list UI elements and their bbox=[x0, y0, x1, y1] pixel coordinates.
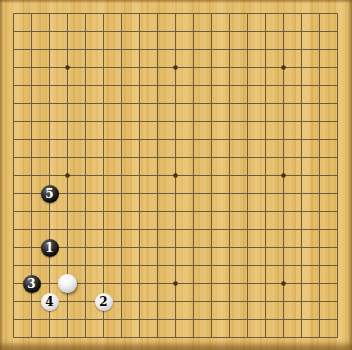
stones-layer: 12345 bbox=[0, 0, 352, 350]
stone-black-move-1: 1 bbox=[41, 239, 59, 257]
stone-white-move-4: 4 bbox=[41, 293, 59, 311]
stone-white-move-2: 2 bbox=[95, 293, 113, 311]
stone-white-setup-D4 bbox=[58, 274, 77, 293]
go-board[interactable]: 12345 bbox=[0, 0, 352, 350]
stone-black-move-3: 3 bbox=[23, 275, 41, 293]
stone-black-move-5: 5 bbox=[41, 185, 59, 203]
